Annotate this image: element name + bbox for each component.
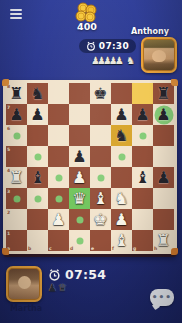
square-h6[interactable] [153,125,174,146]
opponent-clock: 07:30 [79,39,136,53]
black-piece-a8[interactable]: ♜ [6,83,27,104]
square-c4[interactable] [48,167,69,188]
square-h8[interactable]: ♜ [153,83,174,104]
white-piece-f1[interactable]: ♝ [111,230,132,251]
square-e1[interactable]: e [90,230,111,251]
square-a1[interactable]: 1a [6,230,27,251]
square-f5[interactable] [111,146,132,167]
player-clock-time: 07:54 [65,267,106,282]
square-f1[interactable]: f♝ [111,230,132,251]
board-corner-ornament [171,248,178,255]
square-a8[interactable]: 8♜ [6,83,27,104]
white-piece-d4[interactable]: ♟ [69,167,90,188]
square-d2[interactable] [69,209,90,230]
square-g6[interactable] [132,125,153,146]
square-e8[interactable]: ♚ [90,83,111,104]
square-g5[interactable] [132,146,153,167]
square-f4[interactable] [111,167,132,188]
coord-rank-6: 6 [7,126,10,131]
square-c6[interactable] [48,125,69,146]
chat-dots: ••• [152,293,172,302]
coord-rank-1: 1 [7,231,10,236]
square-c1[interactable]: c [48,230,69,251]
square-g3[interactable] [132,188,153,209]
square-g2[interactable] [132,209,153,230]
square-b1[interactable]: b [27,230,48,251]
black-piece-h8[interactable]: ♜ [153,83,174,104]
square-f2[interactable]: ♟ [111,209,132,230]
opponent-clock-time: 07:30 [99,41,129,51]
square-c5[interactable] [48,146,69,167]
square-e7[interactable] [90,104,111,125]
square-a5[interactable]: 5 [6,146,27,167]
square-f8[interactable] [111,83,132,104]
captured-white-knight-icon: ♞ [126,56,135,66]
coin-amount: 400 [61,21,113,32]
chess-board: 8♜♞♚♜7♟♟♟♟♟6♞5♟4♜♝♟♝♟3♛♝♞2♟♚♟1abcdef♝gh♜ [3,80,177,254]
square-a4[interactable]: 4♜ [6,167,27,188]
clock-icon [48,268,61,281]
square-g4[interactable]: ♝ [132,167,153,188]
opponent-avatar[interactable] [141,37,177,73]
square-h5[interactable] [153,146,174,167]
coord-rank-5: 5 [7,147,10,152]
square-d4[interactable]: ♟ [69,167,90,188]
black-piece-d5[interactable]: ♟ [69,146,90,167]
black-piece-g4[interactable]: ♝ [132,167,153,188]
square-e5[interactable] [90,146,111,167]
board-grid: 8♜♞♚♜7♟♟♟♟♟6♞5♟4♜♝♟♝♟3♛♝♞2♟♚♟1abcdef♝gh♜ [6,83,174,251]
square-a7[interactable]: 7♟ [6,104,27,125]
square-h4[interactable]: ♟ [153,167,174,188]
square-f7[interactable]: ♟ [111,104,132,125]
square-e2[interactable]: ♚ [90,209,111,230]
square-b5[interactable] [27,146,48,167]
coord-rank-2: 2 [7,210,10,215]
square-g7[interactable]: ♟ [132,104,153,125]
board-corner-ornament [2,248,9,255]
square-e4[interactable] [90,167,111,188]
opponent-captured-tray: ♟♟♟♟♟♞ [91,56,135,66]
square-c2[interactable]: ♟ [48,209,69,230]
black-piece-g7[interactable]: ♟ [132,104,153,125]
player-captured-tray: ♟♛ [48,283,67,293]
opponent-name: Anthony [122,27,178,36]
coord-rank-3: 3 [7,189,10,194]
white-piece-h1[interactable]: ♜ [153,230,174,251]
black-piece-f6[interactable]: ♞ [111,125,132,146]
square-a6[interactable]: 6 [6,125,27,146]
white-piece-a4[interactable]: ♜ [6,167,27,188]
square-b6[interactable] [27,125,48,146]
coord-file-c: c [49,246,52,251]
square-d7[interactable] [69,104,90,125]
square-f3[interactable]: ♞ [111,188,132,209]
square-a2[interactable]: 2 [6,209,27,230]
white-piece-e2[interactable]: ♚ [90,209,111,230]
square-d5[interactable]: ♟ [69,146,90,167]
square-d8[interactable] [69,83,90,104]
player-name: Martha [6,304,46,313]
black-piece-a7[interactable]: ♟ [6,104,27,125]
square-h7[interactable]: ♟ [153,104,174,125]
black-piece-b8[interactable]: ♞ [27,83,48,104]
white-piece-d3[interactable]: ♛ [69,188,90,209]
coord-file-b: b [28,246,31,251]
board-corner-ornament [171,79,178,86]
square-g8[interactable] [132,83,153,104]
coin-balance[interactable]: 400 [61,2,113,32]
square-d6[interactable] [69,125,90,146]
black-piece-f7[interactable]: ♟ [111,104,132,125]
square-h1[interactable]: h♜ [153,230,174,251]
square-c3[interactable] [48,188,69,209]
coord-file-d: d [70,246,73,251]
board-corner-ornament [2,79,9,86]
square-b4[interactable]: ♝ [27,167,48,188]
square-g1[interactable]: g [132,230,153,251]
captured-black-pawn-icon: ♟ [48,283,57,293]
coord-file-e: e [91,246,94,251]
square-a3[interactable]: 3 [6,188,27,209]
black-piece-h4[interactable]: ♟ [153,167,174,188]
square-b7[interactable]: ♟ [27,104,48,125]
black-piece-b4[interactable]: ♝ [27,167,48,188]
captured-white-pawn-icon: ♟ [115,56,124,66]
coord-file-g: g [133,246,136,251]
square-b3[interactable] [27,188,48,209]
captured-black-queen-icon: ♛ [58,283,67,293]
square-h2[interactable] [153,209,174,230]
chat-bubble-icon[interactable]: ••• [150,289,174,306]
square-b8[interactable]: ♞ [27,83,48,104]
menu-hamburger-icon[interactable] [10,9,22,19]
player-clock: 07:54 [48,267,106,282]
square-h3[interactable] [153,188,174,209]
white-piece-f3[interactable]: ♞ [111,188,132,209]
white-piece-e3[interactable]: ♝ [90,188,111,209]
clock-icon [86,41,96,51]
square-c7[interactable] [48,104,69,125]
square-d1[interactable]: d [69,230,90,251]
square-e3[interactable]: ♝ [90,188,111,209]
black-piece-b7[interactable]: ♟ [27,104,48,125]
square-d3[interactable]: ♛ [69,188,90,209]
square-c8[interactable] [48,83,69,104]
square-e6[interactable] [90,125,111,146]
coin-stack-icon [72,2,102,22]
white-piece-f2[interactable]: ♟ [111,209,132,230]
game-screen: 400 Anthony 07:30 ♟♟♟♟♟♞ 8♜♞♚♜7♟♟♟♟♟6♞5♟… [0,0,182,323]
black-piece-e8[interactable]: ♚ [90,83,111,104]
square-b2[interactable] [27,209,48,230]
black-piece-h7[interactable]: ♟ [153,104,174,125]
white-piece-c2[interactable]: ♟ [48,209,69,230]
player-avatar[interactable] [6,266,42,302]
square-f6[interactable]: ♞ [111,125,132,146]
